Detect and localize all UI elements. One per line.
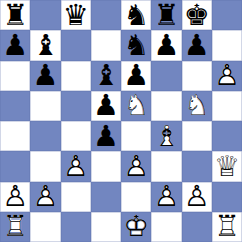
square-f4[interactable]: ♝♗	[151, 121, 181, 151]
square-c3[interactable]: ♟♙	[61, 151, 91, 181]
square-g8[interactable]: ♚	[182, 0, 212, 30]
square-c8[interactable]: ♛	[61, 0, 91, 30]
square-f5[interactable]	[151, 91, 181, 121]
black-pawn: ♟	[123, 61, 149, 90]
square-e4[interactable]	[121, 121, 151, 151]
square-h7[interactable]	[212, 30, 242, 60]
square-b7[interactable]: ♝	[30, 30, 60, 60]
square-d3[interactable]	[91, 151, 121, 181]
black-pawn: ♟	[93, 91, 119, 120]
square-d2[interactable]	[91, 182, 121, 212]
white-knight: ♞♘	[184, 91, 210, 120]
square-d6[interactable]: ♝	[91, 61, 121, 91]
chess-board: ♜♛♞♜♚♟♝♞♟♟♟♝♟♟♙♟♞♘♞♘♟♝♗♟♙♟♙♛♕♟♙♟♙♟♙♟♙♜♖♚…	[0, 0, 242, 242]
square-h8[interactable]	[212, 0, 242, 30]
square-c4[interactable]	[61, 121, 91, 151]
black-rook: ♜	[153, 1, 179, 30]
white-rook: ♜♖	[2, 212, 28, 241]
black-king: ♚	[184, 1, 210, 30]
square-h1[interactable]: ♜♖	[212, 212, 242, 242]
square-b1[interactable]	[30, 212, 60, 242]
square-d1[interactable]	[91, 212, 121, 242]
square-b2[interactable]: ♟♙	[30, 182, 60, 212]
square-e1[interactable]: ♚♔	[121, 212, 151, 242]
square-e8[interactable]: ♞	[121, 0, 151, 30]
square-c1[interactable]	[61, 212, 91, 242]
square-b4[interactable]	[30, 121, 60, 151]
square-a7[interactable]: ♟	[0, 30, 30, 60]
square-c2[interactable]	[61, 182, 91, 212]
square-g7[interactable]: ♟	[182, 30, 212, 60]
white-pawn: ♟♙	[184, 182, 210, 211]
square-f3[interactable]	[151, 151, 181, 181]
square-f6[interactable]	[151, 61, 181, 91]
square-e3[interactable]: ♟♙	[121, 151, 151, 181]
black-pawn: ♟	[32, 61, 58, 90]
black-pawn: ♟	[153, 31, 179, 60]
square-b8[interactable]	[30, 0, 60, 30]
square-a8[interactable]: ♜	[0, 0, 30, 30]
black-pawn: ♟	[2, 31, 28, 60]
square-a3[interactable]	[0, 151, 30, 181]
square-a2[interactable]: ♟♙	[0, 182, 30, 212]
black-knight: ♞	[123, 1, 149, 30]
square-e2[interactable]	[121, 182, 151, 212]
square-g2[interactable]: ♟♙	[182, 182, 212, 212]
white-pawn: ♟♙	[214, 61, 240, 90]
white-pawn: ♟♙	[32, 182, 58, 211]
square-f2[interactable]: ♟♙	[151, 182, 181, 212]
black-bishop: ♝	[32, 31, 58, 60]
square-a1[interactable]: ♜♖	[0, 212, 30, 242]
white-rook: ♜♖	[214, 212, 240, 241]
square-a4[interactable]	[0, 121, 30, 151]
black-knight: ♞	[123, 31, 149, 60]
square-b6[interactable]: ♟	[30, 61, 60, 91]
square-f7[interactable]: ♟	[151, 30, 181, 60]
black-queen: ♛	[63, 1, 89, 30]
black-pawn: ♟	[93, 122, 119, 151]
black-rook: ♜	[2, 1, 28, 30]
black-pawn: ♟	[184, 31, 210, 60]
square-e7[interactable]: ♞	[121, 30, 151, 60]
square-d5[interactable]: ♟	[91, 91, 121, 121]
white-pawn: ♟♙	[2, 182, 28, 211]
square-c5[interactable]	[61, 91, 91, 121]
black-bishop: ♝	[93, 61, 119, 90]
square-b3[interactable]	[30, 151, 60, 181]
square-a5[interactable]	[0, 91, 30, 121]
square-d7[interactable]	[91, 30, 121, 60]
square-g6[interactable]	[182, 61, 212, 91]
square-h2[interactable]	[212, 182, 242, 212]
square-a6[interactable]	[0, 61, 30, 91]
square-h4[interactable]	[212, 121, 242, 151]
white-pawn: ♟♙	[153, 182, 179, 211]
square-g4[interactable]	[182, 121, 212, 151]
white-pawn: ♟♙	[123, 152, 149, 181]
square-g3[interactable]	[182, 151, 212, 181]
square-e5[interactable]: ♞♘	[121, 91, 151, 121]
square-g1[interactable]	[182, 212, 212, 242]
square-h3[interactable]: ♛♕	[212, 151, 242, 181]
square-b5[interactable]	[30, 91, 60, 121]
square-h5[interactable]	[212, 91, 242, 121]
square-d4[interactable]: ♟	[91, 121, 121, 151]
square-c7[interactable]	[61, 30, 91, 60]
square-f1[interactable]	[151, 212, 181, 242]
white-queen: ♛♕	[214, 152, 240, 181]
square-h6[interactable]: ♟♙	[212, 61, 242, 91]
white-pawn: ♟♙	[63, 152, 89, 181]
square-e6[interactable]: ♟	[121, 61, 151, 91]
square-f8[interactable]: ♜	[151, 0, 181, 30]
white-king: ♚♔	[123, 212, 149, 241]
square-d8[interactable]	[91, 0, 121, 30]
white-knight: ♞♘	[123, 91, 149, 120]
square-c6[interactable]	[61, 61, 91, 91]
white-bishop: ♝♗	[153, 122, 179, 151]
square-g5[interactable]: ♞♘	[182, 91, 212, 121]
